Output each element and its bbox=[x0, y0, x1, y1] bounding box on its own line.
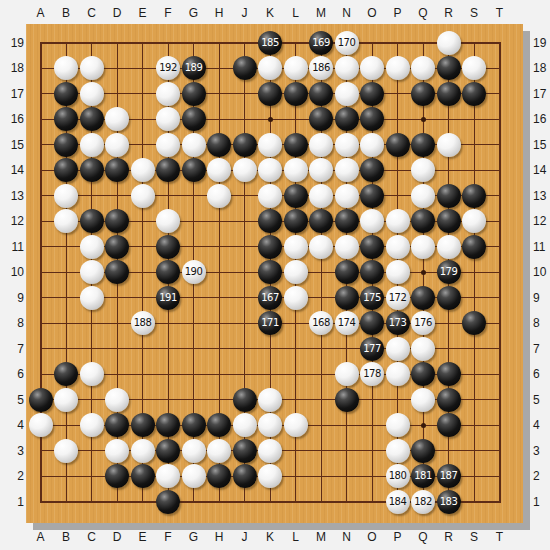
move-number-label: 192 bbox=[159, 63, 177, 73]
black-stone-D12[interactable] bbox=[105, 209, 129, 233]
column-label-bottom-L: L bbox=[287, 530, 305, 544]
black-stone-O11[interactable] bbox=[360, 235, 384, 259]
white-stone-K2[interactable] bbox=[258, 464, 282, 488]
white-stone-M11[interactable] bbox=[309, 235, 333, 259]
white-stone-K4[interactable] bbox=[258, 413, 282, 437]
white-stone-G15[interactable] bbox=[182, 133, 206, 157]
white-stone-Q5[interactable] bbox=[411, 388, 435, 412]
column-label-top-J: J bbox=[236, 6, 254, 20]
column-label-bottom-T: T bbox=[491, 530, 509, 544]
white-stone-P3[interactable] bbox=[386, 439, 410, 463]
white-stone-Q1[interactable]: 182 bbox=[411, 490, 435, 514]
black-stone-S13[interactable] bbox=[462, 184, 486, 208]
white-stone-R11[interactable] bbox=[437, 235, 461, 259]
white-stone-O6[interactable]: 178 bbox=[360, 362, 384, 386]
row-label-right-9: 9 bbox=[533, 291, 550, 305]
column-label-top-M: M bbox=[312, 6, 330, 20]
black-stone-Q2[interactable]: 181 bbox=[411, 464, 435, 488]
white-stone-P9[interactable]: 172 bbox=[386, 286, 410, 310]
column-label-bottom-S: S bbox=[465, 530, 483, 544]
white-stone-N15[interactable] bbox=[335, 133, 359, 157]
black-stone-L12[interactable] bbox=[284, 209, 308, 233]
white-stone-G10[interactable]: 190 bbox=[182, 260, 206, 284]
column-label-bottom-R: R bbox=[440, 530, 458, 544]
white-stone-C9[interactable] bbox=[80, 286, 104, 310]
black-stone-C16[interactable] bbox=[80, 107, 104, 131]
white-stone-F12[interactable] bbox=[156, 209, 180, 233]
black-stone-F1[interactable] bbox=[156, 490, 180, 514]
column-label-bottom-P: P bbox=[389, 530, 407, 544]
row-label-left-6: 6 bbox=[0, 367, 24, 381]
black-stone-M16[interactable] bbox=[309, 107, 333, 131]
black-stone-S8[interactable] bbox=[462, 311, 486, 335]
black-stone-D11[interactable] bbox=[105, 235, 129, 259]
white-stone-H13[interactable] bbox=[207, 184, 231, 208]
black-stone-G16[interactable] bbox=[182, 107, 206, 131]
move-number-label: 174 bbox=[338, 318, 356, 328]
white-stone-H14[interactable] bbox=[207, 158, 231, 182]
black-stone-R5[interactable] bbox=[437, 388, 461, 412]
black-stone-G18[interactable]: 189 bbox=[182, 56, 206, 80]
row-label-right-16: 16 bbox=[533, 112, 550, 126]
star-point-K16 bbox=[268, 117, 273, 122]
black-stone-L15[interactable] bbox=[284, 133, 308, 157]
black-stone-F9[interactable]: 191 bbox=[156, 286, 180, 310]
white-stone-B3[interactable] bbox=[54, 439, 78, 463]
black-stone-R9[interactable] bbox=[437, 286, 461, 310]
column-label-bottom-D: D bbox=[108, 530, 126, 544]
black-stone-S11[interactable] bbox=[462, 235, 486, 259]
white-stone-P18[interactable] bbox=[386, 56, 410, 80]
column-label-top-L: L bbox=[287, 6, 305, 20]
row-label-right-17: 17 bbox=[533, 87, 550, 101]
column-label-top-A: A bbox=[32, 6, 50, 20]
move-number-label: 167 bbox=[261, 293, 279, 303]
column-label-bottom-G: G bbox=[185, 530, 203, 544]
black-stone-J18[interactable] bbox=[233, 56, 257, 80]
black-stone-Q9[interactable] bbox=[411, 286, 435, 310]
white-stone-F18[interactable]: 192 bbox=[156, 56, 180, 80]
white-stone-K13[interactable] bbox=[258, 184, 282, 208]
white-stone-Q11[interactable] bbox=[411, 235, 435, 259]
column-label-bottom-C: C bbox=[83, 530, 101, 544]
white-stone-L10[interactable] bbox=[284, 260, 308, 284]
star-point-Q16 bbox=[421, 117, 426, 122]
move-number-label: 183 bbox=[440, 497, 458, 507]
column-label-top-K: K bbox=[261, 6, 279, 20]
black-stone-K9[interactable]: 167 bbox=[258, 286, 282, 310]
white-stone-E3[interactable] bbox=[131, 439, 155, 463]
white-stone-M15[interactable] bbox=[309, 133, 333, 157]
white-stone-S12[interactable] bbox=[462, 209, 486, 233]
white-stone-Q18[interactable] bbox=[411, 56, 435, 80]
row-label-left-16: 16 bbox=[0, 112, 24, 126]
row-label-right-1: 1 bbox=[533, 495, 550, 509]
white-stone-N6[interactable] bbox=[335, 362, 359, 386]
column-label-bottom-A: A bbox=[32, 530, 50, 544]
white-stone-Q13[interactable] bbox=[411, 184, 435, 208]
white-stone-K5[interactable] bbox=[258, 388, 282, 412]
row-label-right-14: 14 bbox=[533, 163, 550, 177]
black-stone-P15[interactable] bbox=[386, 133, 410, 157]
white-stone-L9[interactable] bbox=[284, 286, 308, 310]
black-stone-N16[interactable] bbox=[335, 107, 359, 131]
white-stone-C11[interactable] bbox=[80, 235, 104, 259]
white-stone-D15[interactable] bbox=[105, 133, 129, 157]
white-stone-N19[interactable]: 170 bbox=[335, 31, 359, 55]
white-stone-P6[interactable] bbox=[386, 362, 410, 386]
white-stone-M13[interactable] bbox=[309, 184, 333, 208]
move-number-label: 172 bbox=[389, 293, 407, 303]
move-number-label: 178 bbox=[363, 369, 381, 379]
black-stone-M17[interactable] bbox=[309, 82, 333, 106]
row-label-left-14: 14 bbox=[0, 163, 24, 177]
black-stone-D4[interactable] bbox=[105, 413, 129, 437]
row-label-left-10: 10 bbox=[0, 265, 24, 279]
black-stone-Q12[interactable] bbox=[411, 209, 435, 233]
black-stone-K12[interactable] bbox=[258, 209, 282, 233]
white-stone-K3[interactable] bbox=[258, 439, 282, 463]
row-label-left-13: 13 bbox=[0, 189, 24, 203]
black-stone-F3[interactable] bbox=[156, 439, 180, 463]
move-number-label: 187 bbox=[440, 471, 458, 481]
black-stone-E2[interactable] bbox=[131, 464, 155, 488]
move-number-label: 185 bbox=[261, 38, 279, 48]
black-stone-O8[interactable] bbox=[360, 311, 384, 335]
black-stone-D10[interactable] bbox=[105, 260, 129, 284]
white-stone-L4[interactable] bbox=[284, 413, 308, 437]
white-stone-E13[interactable] bbox=[131, 184, 155, 208]
white-stone-E14[interactable] bbox=[131, 158, 155, 182]
black-stone-H15[interactable] bbox=[207, 133, 231, 157]
column-label-top-O: O bbox=[363, 6, 381, 20]
black-stone-O14[interactable] bbox=[360, 158, 384, 182]
white-stone-L18[interactable] bbox=[284, 56, 308, 80]
black-stone-F11[interactable] bbox=[156, 235, 180, 259]
black-stone-C14[interactable] bbox=[80, 158, 104, 182]
row-label-left-5: 5 bbox=[0, 393, 24, 407]
column-label-top-C: C bbox=[83, 6, 101, 20]
row-label-left-7: 7 bbox=[0, 342, 24, 356]
white-stone-C18[interactable] bbox=[80, 56, 104, 80]
row-label-left-2: 2 bbox=[0, 469, 24, 483]
black-stone-J5[interactable] bbox=[233, 388, 257, 412]
column-label-bottom-Q: Q bbox=[414, 530, 432, 544]
black-stone-D2[interactable] bbox=[105, 464, 129, 488]
white-stone-M8[interactable]: 168 bbox=[309, 311, 333, 335]
white-stone-G3[interactable] bbox=[182, 439, 206, 463]
black-stone-J2[interactable] bbox=[233, 464, 257, 488]
white-stone-P10[interactable] bbox=[386, 260, 410, 284]
row-label-right-19: 19 bbox=[533, 36, 550, 50]
row-label-right-7: 7 bbox=[533, 342, 550, 356]
column-label-bottom-N: N bbox=[338, 530, 356, 544]
row-label-left-12: 12 bbox=[0, 214, 24, 228]
white-stone-C15[interactable] bbox=[80, 133, 104, 157]
white-stone-Q7[interactable] bbox=[411, 337, 435, 361]
row-label-left-18: 18 bbox=[0, 61, 24, 75]
column-label-top-E: E bbox=[134, 6, 152, 20]
white-stone-O12[interactable] bbox=[360, 209, 384, 233]
black-stone-M12[interactable] bbox=[309, 209, 333, 233]
row-label-left-19: 19 bbox=[0, 36, 24, 50]
row-label-right-4: 4 bbox=[533, 418, 550, 432]
go-board[interactable]: 1851691701921891861901791911671751721881… bbox=[26, 24, 523, 523]
row-label-right-10: 10 bbox=[533, 265, 550, 279]
white-stone-D16[interactable] bbox=[105, 107, 129, 131]
move-number-label: 186 bbox=[312, 63, 330, 73]
row-label-right-12: 12 bbox=[533, 214, 550, 228]
move-number-label: 181 bbox=[414, 471, 432, 481]
white-stone-F15[interactable] bbox=[156, 133, 180, 157]
move-number-label: 190 bbox=[185, 267, 203, 277]
move-number-label: 175 bbox=[363, 293, 381, 303]
black-stone-O17[interactable] bbox=[360, 82, 384, 106]
black-stone-K17[interactable] bbox=[258, 82, 282, 106]
black-stone-H2[interactable] bbox=[207, 464, 231, 488]
row-label-left-8: 8 bbox=[0, 316, 24, 330]
row-label-left-11: 11 bbox=[0, 240, 24, 254]
white-stone-A4[interactable] bbox=[29, 413, 53, 437]
black-stone-K10[interactable] bbox=[258, 260, 282, 284]
white-stone-L14[interactable] bbox=[284, 158, 308, 182]
black-stone-B17[interactable] bbox=[54, 82, 78, 106]
black-stone-O16[interactable] bbox=[360, 107, 384, 131]
black-stone-K8[interactable]: 171 bbox=[258, 311, 282, 335]
white-stone-C4[interactable] bbox=[80, 413, 104, 437]
move-number-label: 177 bbox=[363, 344, 381, 354]
move-number-label: 182 bbox=[414, 497, 432, 507]
white-stone-E8[interactable]: 188 bbox=[131, 311, 155, 335]
column-label-bottom-F: F bbox=[159, 530, 177, 544]
black-stone-L13[interactable] bbox=[284, 184, 308, 208]
black-stone-M19[interactable]: 169 bbox=[309, 31, 333, 55]
row-label-right-13: 13 bbox=[533, 189, 550, 203]
row-label-right-2: 2 bbox=[533, 469, 550, 483]
white-stone-J14[interactable] bbox=[233, 158, 257, 182]
black-stone-G14[interactable] bbox=[182, 158, 206, 182]
column-label-top-B: B bbox=[57, 6, 75, 20]
row-label-left-3: 3 bbox=[0, 444, 24, 458]
white-stone-D5[interactable] bbox=[105, 388, 129, 412]
white-stone-C6[interactable] bbox=[80, 362, 104, 386]
column-label-top-N: N bbox=[338, 6, 356, 20]
column-label-bottom-O: O bbox=[363, 530, 381, 544]
row-label-right-18: 18 bbox=[533, 61, 550, 75]
white-stone-M14[interactable] bbox=[309, 158, 333, 182]
white-stone-K14[interactable] bbox=[258, 158, 282, 182]
black-stone-B15[interactable] bbox=[54, 133, 78, 157]
black-stone-O7[interactable]: 177 bbox=[360, 337, 384, 361]
row-label-left-1: 1 bbox=[0, 495, 24, 509]
black-stone-C12[interactable] bbox=[80, 209, 104, 233]
black-stone-B14[interactable] bbox=[54, 158, 78, 182]
black-stone-Q15[interactable] bbox=[411, 133, 435, 157]
move-number-label: 180 bbox=[389, 471, 407, 481]
white-stone-P12[interactable] bbox=[386, 209, 410, 233]
black-stone-F10[interactable] bbox=[156, 260, 180, 284]
black-stone-K19[interactable]: 185 bbox=[258, 31, 282, 55]
white-stone-B13[interactable] bbox=[54, 184, 78, 208]
column-label-bottom-H: H bbox=[210, 530, 228, 544]
column-label-top-H: H bbox=[210, 6, 228, 20]
move-number-label: 179 bbox=[440, 267, 458, 277]
black-stone-O10[interactable] bbox=[360, 260, 384, 284]
white-stone-K15[interactable] bbox=[258, 133, 282, 157]
column-label-top-R: R bbox=[440, 6, 458, 20]
white-stone-N17[interactable] bbox=[335, 82, 359, 106]
column-label-top-S: S bbox=[465, 6, 483, 20]
column-label-top-P: P bbox=[389, 6, 407, 20]
white-stone-P2[interactable]: 180 bbox=[386, 464, 410, 488]
column-label-bottom-B: B bbox=[57, 530, 75, 544]
black-stone-R2[interactable]: 187 bbox=[437, 464, 461, 488]
white-stone-F16[interactable] bbox=[156, 107, 180, 131]
row-label-left-4: 4 bbox=[0, 418, 24, 432]
black-stone-G17[interactable] bbox=[182, 82, 206, 106]
black-stone-R17[interactable] bbox=[437, 82, 461, 106]
move-number-label: 170 bbox=[338, 38, 356, 48]
black-stone-E4[interactable] bbox=[131, 413, 155, 437]
black-stone-R4[interactable] bbox=[437, 413, 461, 437]
black-stone-B6[interactable] bbox=[54, 362, 78, 386]
white-stone-P4[interactable] bbox=[386, 413, 410, 437]
white-stone-H3[interactable] bbox=[207, 439, 231, 463]
black-stone-J3[interactable] bbox=[233, 439, 257, 463]
white-stone-N11[interactable] bbox=[335, 235, 359, 259]
black-stone-H4[interactable] bbox=[207, 413, 231, 437]
black-stone-F14[interactable] bbox=[156, 158, 180, 182]
column-label-top-T: T bbox=[491, 6, 509, 20]
white-stone-K18[interactable] bbox=[258, 56, 282, 80]
black-stone-P8[interactable]: 173 bbox=[386, 311, 410, 335]
white-stone-N14[interactable] bbox=[335, 158, 359, 182]
move-number-label: 184 bbox=[389, 497, 407, 507]
black-stone-F4[interactable] bbox=[156, 413, 180, 437]
white-stone-N13[interactable] bbox=[335, 184, 359, 208]
black-stone-D14[interactable] bbox=[105, 158, 129, 182]
move-number-label: 171 bbox=[261, 318, 279, 328]
go-board-screenshot: 1851691701921891861901791911671751721881… bbox=[0, 0, 550, 550]
white-stone-J4[interactable] bbox=[233, 413, 257, 437]
move-number-label: 173 bbox=[389, 318, 407, 328]
black-stone-Q3[interactable] bbox=[411, 439, 435, 463]
column-label-top-D: D bbox=[108, 6, 126, 20]
move-number-label: 189 bbox=[185, 63, 203, 73]
column-label-top-F: F bbox=[159, 6, 177, 20]
white-stone-C17[interactable] bbox=[80, 82, 104, 106]
column-label-bottom-J: J bbox=[236, 530, 254, 544]
row-label-left-17: 17 bbox=[0, 87, 24, 101]
column-label-bottom-K: K bbox=[261, 530, 279, 544]
column-label-bottom-E: E bbox=[134, 530, 152, 544]
move-number-label: 169 bbox=[312, 38, 330, 48]
move-number-label: 176 bbox=[414, 318, 432, 328]
black-stone-N12[interactable] bbox=[335, 209, 359, 233]
black-stone-O9[interactable]: 175 bbox=[360, 286, 384, 310]
black-stone-B16[interactable] bbox=[54, 107, 78, 131]
row-label-right-8: 8 bbox=[533, 316, 550, 330]
black-stone-R12[interactable] bbox=[437, 209, 461, 233]
black-stone-R18[interactable] bbox=[437, 56, 461, 80]
white-stone-P11[interactable] bbox=[386, 235, 410, 259]
white-stone-O15[interactable] bbox=[360, 133, 384, 157]
white-stone-O18[interactable] bbox=[360, 56, 384, 80]
row-label-right-15: 15 bbox=[533, 138, 550, 152]
black-stone-R10[interactable]: 179 bbox=[437, 260, 461, 284]
white-stone-D3[interactable] bbox=[105, 439, 129, 463]
black-stone-A5[interactable] bbox=[29, 388, 53, 412]
black-stone-Q6[interactable] bbox=[411, 362, 435, 386]
black-stone-R1[interactable]: 183 bbox=[437, 490, 461, 514]
column-label-top-Q: Q bbox=[414, 6, 432, 20]
move-number-label: 188 bbox=[134, 318, 152, 328]
row-label-left-9: 9 bbox=[0, 291, 24, 305]
white-stone-Q14[interactable] bbox=[411, 158, 435, 182]
white-stone-B12[interactable] bbox=[54, 209, 78, 233]
row-label-right-11: 11 bbox=[533, 240, 550, 254]
white-stone-L11[interactable] bbox=[284, 235, 308, 259]
white-stone-R19[interactable] bbox=[437, 31, 461, 55]
black-stone-J15[interactable] bbox=[233, 133, 257, 157]
black-stone-R6[interactable] bbox=[437, 362, 461, 386]
white-stone-P1[interactable]: 184 bbox=[386, 490, 410, 514]
white-stone-R15[interactable] bbox=[437, 133, 461, 157]
black-stone-G4[interactable] bbox=[182, 413, 206, 437]
black-stone-N9[interactable] bbox=[335, 286, 359, 310]
white-stone-M18[interactable]: 186 bbox=[309, 56, 333, 80]
white-stone-Q8[interactable]: 176 bbox=[411, 311, 435, 335]
column-label-top-G: G bbox=[185, 6, 203, 20]
white-stone-S18[interactable] bbox=[462, 56, 486, 80]
move-number-label: 168 bbox=[312, 318, 330, 328]
row-label-right-3: 3 bbox=[533, 444, 550, 458]
move-number-label: 191 bbox=[159, 293, 177, 303]
row-label-right-6: 6 bbox=[533, 367, 550, 381]
white-stone-N8[interactable]: 174 bbox=[335, 311, 359, 335]
black-stone-N5[interactable] bbox=[335, 388, 359, 412]
white-stone-F2[interactable] bbox=[156, 464, 180, 488]
black-stone-Q17[interactable] bbox=[411, 82, 435, 106]
black-stone-L17[interactable] bbox=[284, 82, 308, 106]
white-stone-C10[interactable] bbox=[80, 260, 104, 284]
black-stone-O13[interactable] bbox=[360, 184, 384, 208]
white-stone-N18[interactable] bbox=[335, 56, 359, 80]
black-stone-K11[interactable] bbox=[258, 235, 282, 259]
column-label-bottom-M: M bbox=[312, 530, 330, 544]
star-point-Q4 bbox=[421, 423, 426, 428]
white-stone-P7[interactable] bbox=[386, 337, 410, 361]
white-stone-G2[interactable] bbox=[182, 464, 206, 488]
black-stone-R13[interactable] bbox=[437, 184, 461, 208]
row-label-left-15: 15 bbox=[0, 138, 24, 152]
white-stone-F17[interactable] bbox=[156, 82, 180, 106]
black-stone-S17[interactable] bbox=[462, 82, 486, 106]
white-stone-B5[interactable] bbox=[54, 388, 78, 412]
row-label-right-5: 5 bbox=[533, 393, 550, 407]
white-stone-B18[interactable] bbox=[54, 56, 78, 80]
star-point-Q10 bbox=[421, 270, 426, 275]
black-stone-N10[interactable] bbox=[335, 260, 359, 284]
